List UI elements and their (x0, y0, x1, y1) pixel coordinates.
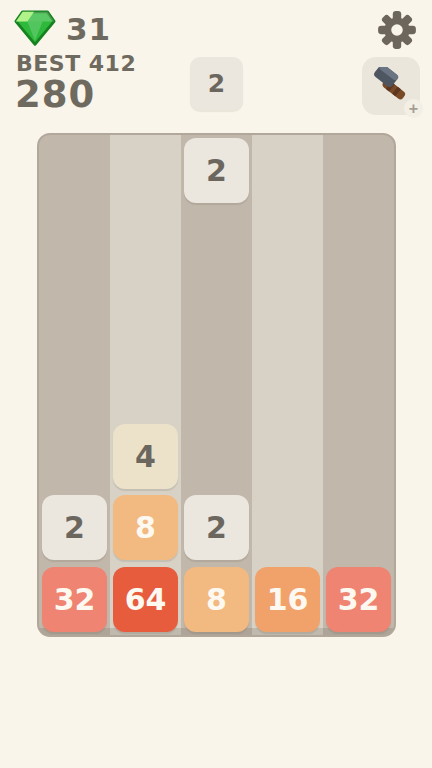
gear-icon (376, 9, 418, 51)
tile-2: 2 (184, 495, 249, 560)
current-score: 280 (15, 76, 95, 113)
plus-badge: + (404, 99, 423, 118)
tile-32: 32 (326, 567, 391, 632)
hammer-booster-button[interactable]: + (362, 57, 420, 115)
tile-64: 64 (113, 567, 178, 632)
tile-layer: 24282326481632 (39, 135, 394, 635)
tile-2: 2 (184, 138, 249, 203)
tile-2: 2 (42, 495, 107, 560)
next-tile-value: 2 (208, 69, 225, 98)
next-tile-preview: 2 (190, 57, 243, 110)
tile-16: 16 (255, 567, 320, 632)
best-score: BEST 412 (16, 53, 136, 75)
tile-32: 32 (42, 567, 107, 632)
tile-8: 8 (113, 495, 178, 560)
tile-8: 8 (184, 567, 249, 632)
game-board: 24282326481632 (37, 133, 396, 637)
gem-icon (14, 9, 56, 47)
tile-4: 4 (113, 424, 178, 489)
settings-button[interactable] (376, 9, 418, 51)
gems-count: 31 (66, 14, 111, 45)
game-screen: 31 BEST 412 280 2 (0, 0, 432, 768)
